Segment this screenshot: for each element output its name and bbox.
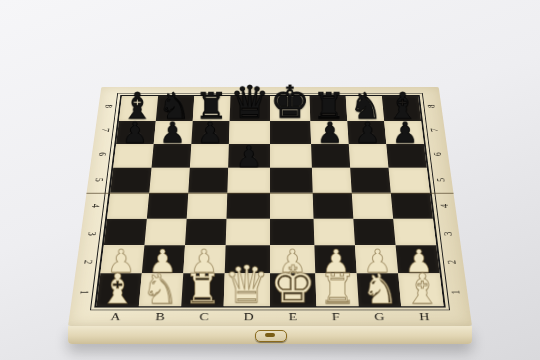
rank-label-right-6: 6: [430, 152, 445, 156]
white-knight-g1[interactable]: ♞: [359, 271, 402, 309]
black-pawn-f7[interactable]: ♟: [311, 120, 349, 147]
file-label-c: C: [199, 311, 209, 322]
square-a1[interactable]: ♝: [96, 273, 142, 306]
square-e8[interactable]: ♚: [270, 96, 310, 121]
rank-label-right-2: 2: [444, 260, 460, 264]
square-g1[interactable]: ♞: [356, 273, 401, 306]
square-f7[interactable]: ♟: [310, 121, 348, 144]
square-b6[interactable]: [152, 144, 192, 168]
rank-label-left-2: 2: [80, 260, 96, 264]
square-g6[interactable]: [348, 144, 388, 168]
white-king-e1[interactable]: ♚: [270, 262, 316, 309]
square-f1[interactable]: ♜: [315, 273, 359, 306]
rank-label-right-7: 7: [427, 128, 441, 131]
square-a5[interactable]: [110, 168, 151, 193]
square-d4[interactable]: [227, 193, 270, 219]
board-fold-hinge-line: [86, 193, 453, 194]
square-c4[interactable]: [187, 193, 228, 219]
square-d1[interactable]: ♛: [224, 273, 270, 306]
square-d3[interactable]: [226, 219, 270, 246]
square-g4[interactable]: [351, 193, 393, 219]
rank-label-right-1: 1: [447, 290, 463, 294]
square-h1[interactable]: ♝: [398, 273, 444, 306]
square-f6[interactable]: [311, 144, 350, 168]
square-e1[interactable]: ♚: [270, 273, 316, 306]
white-rook-c1[interactable]: ♜: [181, 271, 224, 309]
square-b1[interactable]: ♞: [139, 273, 184, 306]
square-e4[interactable]: [270, 193, 313, 219]
file-label-d: D: [244, 311, 254, 322]
square-b5[interactable]: [149, 168, 190, 193]
board-grid: ♝♞♜♛♚♜♞♝♟♟♟♟♟♟♟♟♟♟♟♟♟♟♝♞♜♛♚♜♞♝: [94, 95, 445, 308]
rank-label-right-5: 5: [433, 178, 448, 182]
square-d8[interactable]: ♛: [230, 96, 270, 121]
file-label-g: G: [374, 311, 385, 322]
square-c5[interactable]: [189, 168, 229, 193]
rank-label-right-4: 4: [437, 204, 452, 208]
black-pawn-g7[interactable]: ♟: [348, 120, 386, 147]
square-c6[interactable]: [190, 144, 229, 168]
rank-label-left-5: 5: [92, 178, 107, 182]
rank-label-left-4: 4: [88, 204, 103, 208]
square-d5[interactable]: [228, 168, 270, 193]
photo-backdrop: 87654321 87654321 ♝♞♜♛♚♜♞♝♟♟♟♟♟♟♟♟♟♟♟♟♟♟…: [0, 0, 540, 360]
white-bishop-h1[interactable]: ♝: [401, 271, 444, 309]
black-pawn-h7[interactable]: ♟: [386, 120, 424, 147]
wooden-board-frame: 87654321 87654321 ♝♞♜♛♚♜♞♝♟♟♟♟♟♟♟♟♟♟♟♟♟♟…: [68, 87, 472, 326]
white-queen-d1[interactable]: ♛: [224, 262, 270, 309]
square-a7[interactable]: ♟: [116, 121, 156, 144]
square-c7[interactable]: ♟: [192, 121, 230, 144]
rank-label-left-1: 1: [76, 290, 92, 294]
white-knight-b1[interactable]: ♞: [139, 271, 182, 309]
black-queen-d8[interactable]: ♛: [230, 82, 270, 123]
square-d6[interactable]: ♟: [228, 144, 270, 168]
white-bishop-a1[interactable]: ♝: [96, 271, 139, 309]
square-f4[interactable]: [312, 193, 353, 219]
black-pawn-a7[interactable]: ♟: [116, 120, 154, 147]
square-g7[interactable]: ♟: [347, 121, 386, 144]
white-rook-f1[interactable]: ♜: [316, 271, 359, 309]
board-front-edge: [68, 326, 472, 344]
file-labels-bottom: ABCDEFGH: [92, 309, 448, 325]
rank-label-left-7: 7: [99, 128, 113, 131]
black-pawn-b7[interactable]: ♟: [154, 120, 192, 147]
rank-label-right-3: 3: [440, 232, 456, 236]
file-label-h: H: [419, 311, 430, 322]
rank-label-right-8: 8: [424, 105, 438, 108]
square-e5[interactable]: [270, 168, 312, 193]
black-king-e8[interactable]: ♚: [270, 82, 310, 123]
square-f5[interactable]: [312, 168, 352, 193]
square-c1[interactable]: ♜: [181, 273, 225, 306]
square-h5[interactable]: [388, 168, 429, 193]
file-label-b: B: [155, 311, 165, 322]
file-label-a: A: [110, 311, 121, 322]
rank-label-left-8: 8: [102, 105, 116, 108]
square-h4[interactable]: [391, 193, 433, 219]
black-pawn-c7[interactable]: ♟: [192, 120, 230, 147]
square-g5[interactable]: [350, 168, 391, 193]
square-h7[interactable]: ♟: [384, 121, 424, 144]
square-b7[interactable]: ♟: [154, 121, 193, 144]
square-a4[interactable]: [107, 193, 149, 219]
file-label-e: E: [288, 311, 297, 322]
square-b4[interactable]: [147, 193, 189, 219]
square-e6[interactable]: [270, 144, 312, 168]
rank-label-left-3: 3: [84, 232, 100, 236]
chess-board: 87654321 87654321 ♝♞♜♛♚♜♞♝♟♟♟♟♟♟♟♟♟♟♟♟♟♟…: [68, 87, 472, 326]
rank-label-left-6: 6: [95, 152, 110, 156]
square-e7[interactable]: [270, 121, 311, 144]
file-label-f: F: [332, 311, 340, 322]
brass-clasp: [255, 330, 287, 342]
square-h6[interactable]: [386, 144, 427, 168]
black-pawn-d6[interactable]: ♟: [228, 143, 270, 170]
square-a6[interactable]: [113, 144, 154, 168]
